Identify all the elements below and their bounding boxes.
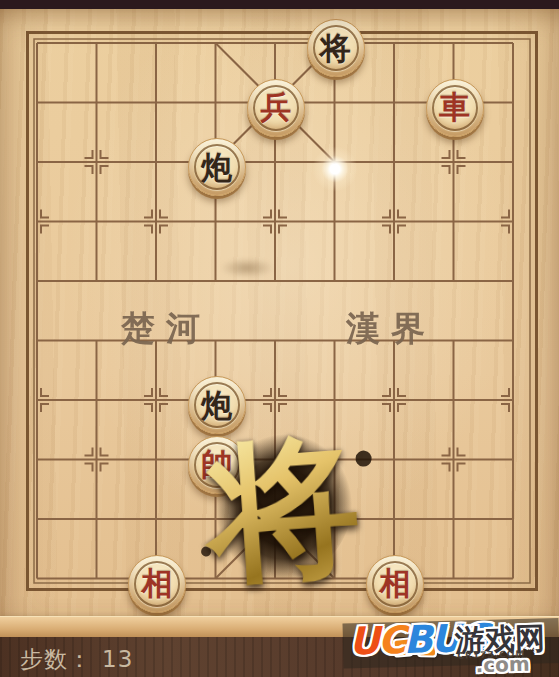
move-counter: 步数：13 <box>20 644 133 675</box>
piece-red-soldier[interactable]: 兵 <box>247 79 305 137</box>
game-screen: 楚河 漢界 将兵車炮炮帥相相 将 步数：13 UCBUG 游戏网 CR173.C… <box>0 0 559 677</box>
move-counter-label: 步数： <box>20 646 92 672</box>
piece-red-chariot[interactable]: 車 <box>426 79 484 137</box>
piece-red-elephant[interactable]: 相 <box>128 555 186 613</box>
piece-black-cannon[interactable]: 炮 <box>188 376 246 434</box>
piece-shadow-smudge <box>220 258 274 278</box>
piece-character: 帥 <box>201 449 232 480</box>
piece-black-cannon[interactable]: 炮 <box>188 138 246 196</box>
piece-character: 兵 <box>261 92 292 123</box>
move-counter-value: 13 <box>102 646 133 672</box>
watermark-logo: UCBUG 游戏网 CR173.COM .com <box>326 604 559 677</box>
piece-character: 車 <box>439 92 470 123</box>
piece-character: 相 <box>380 568 411 599</box>
piece-red-elephant[interactable]: 相 <box>366 555 424 613</box>
river-label-left: 楚河 <box>121 306 211 352</box>
piece-character: 将 <box>320 33 351 64</box>
top-letterbox-strip <box>0 0 559 9</box>
piece-character: 炮 <box>201 390 232 421</box>
river-label-right: 漢界 <box>346 306 436 352</box>
piece-black-general[interactable]: 将 <box>307 19 365 77</box>
piece-character: 炮 <box>201 152 232 183</box>
piece-character: 相 <box>142 568 173 599</box>
xiangqi-board[interactable]: 楚河 漢界 将兵車炮炮帥相相 将 <box>0 9 559 616</box>
watermark-domain: .com <box>475 652 530 677</box>
piece-red-general[interactable]: 帥 <box>188 436 246 494</box>
